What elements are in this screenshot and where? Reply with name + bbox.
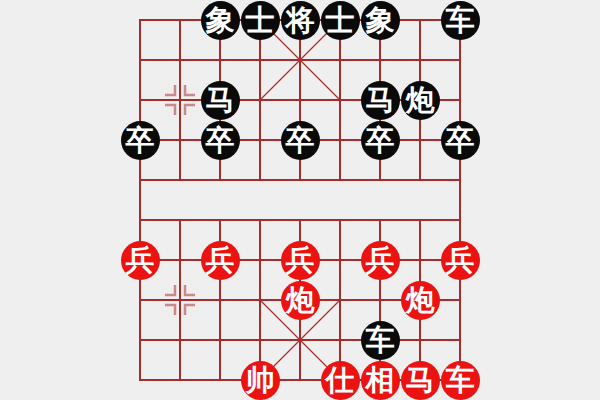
point-marker bbox=[185, 105, 195, 115]
red-cannon-piece[interactable]: 炮 bbox=[401, 281, 440, 320]
red-soldier-piece[interactable]: 兵 bbox=[281, 241, 320, 280]
red-cannon-piece[interactable]: 炮 bbox=[281, 281, 320, 320]
point-marker bbox=[165, 85, 175, 95]
black-general-piece[interactable]: 将 bbox=[281, 1, 320, 40]
black-soldier-piece[interactable]: 卒 bbox=[201, 121, 240, 160]
black-horse-piece[interactable]: 马 bbox=[201, 81, 240, 120]
black-advisor-piece[interactable]: 士 bbox=[241, 1, 280, 40]
black-soldier-piece[interactable]: 卒 bbox=[281, 121, 320, 160]
red-chariot-piece[interactable]: 车 bbox=[441, 361, 480, 400]
black-elephant-piece[interactable]: 象 bbox=[201, 1, 240, 40]
point-marker bbox=[165, 305, 175, 315]
red-horse-piece[interactable]: 马 bbox=[401, 361, 440, 400]
board-grid-lines bbox=[0, 0, 600, 400]
red-elephant-piece[interactable]: 相 bbox=[361, 361, 400, 400]
black-elephant-piece[interactable]: 象 bbox=[361, 1, 400, 40]
black-soldier-piece[interactable]: 卒 bbox=[361, 121, 400, 160]
point-marker bbox=[185, 305, 195, 315]
black-chariot-piece[interactable]: 车 bbox=[361, 321, 400, 360]
black-soldier-piece[interactable]: 卒 bbox=[441, 121, 480, 160]
red-soldier-piece[interactable]: 兵 bbox=[121, 241, 160, 280]
black-horse-piece[interactable]: 马 bbox=[361, 81, 400, 120]
black-advisor-piece[interactable]: 士 bbox=[321, 1, 360, 40]
xiangqi-board[interactable]: 象士将士象车马马炮卒卒卒卒卒车兵兵兵兵兵炮炮帅仕相马车 bbox=[0, 0, 600, 400]
point-marker bbox=[165, 105, 175, 115]
red-soldier-piece[interactable]: 兵 bbox=[201, 241, 240, 280]
red-soldier-piece[interactable]: 兵 bbox=[361, 241, 400, 280]
red-advisor-piece[interactable]: 仕 bbox=[321, 361, 360, 400]
point-marker bbox=[185, 85, 195, 95]
black-chariot-piece[interactable]: 车 bbox=[441, 1, 480, 40]
red-general-piece[interactable]: 帅 bbox=[241, 361, 280, 400]
xiangqi-app-window: 象士将士象车马马炮卒卒卒卒卒车兵兵兵兵兵炮炮帅仕相马车 bbox=[0, 0, 600, 400]
point-marker bbox=[185, 285, 195, 295]
black-cannon-piece[interactable]: 炮 bbox=[401, 81, 440, 120]
black-soldier-piece[interactable]: 卒 bbox=[121, 121, 160, 160]
red-soldier-piece[interactable]: 兵 bbox=[441, 241, 480, 280]
point-marker bbox=[165, 285, 175, 295]
